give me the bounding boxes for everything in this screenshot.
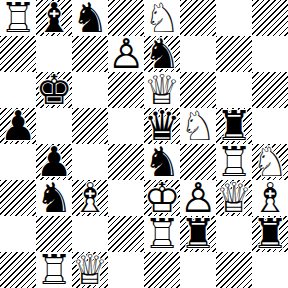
square-h1[interactable] [252, 252, 288, 288]
white-pawn[interactable]: ♟♙ [108, 36, 144, 72]
square-c3[interactable]: ♝♗ [72, 180, 108, 216]
square-c7[interactable] [72, 36, 108, 72]
square-b8[interactable]: ♝♝ [36, 0, 72, 36]
square-h2[interactable]: ♜♜ [252, 216, 288, 252]
piece-glyph: ♖ [144, 214, 181, 255]
square-a4[interactable] [0, 144, 36, 180]
square-a3[interactable] [0, 180, 36, 216]
square-g7[interactable] [216, 36, 252, 72]
square-h7[interactable] [252, 36, 288, 72]
piece-glyph: ♜ [180, 214, 217, 255]
white-rook[interactable]: ♜♖ [144, 216, 180, 252]
black-rook[interactable]: ♜♜ [252, 216, 288, 252]
black-pawn[interactable]: ♟♟ [0, 108, 36, 144]
square-d3[interactable] [108, 180, 144, 216]
piece-glyph: ♕ [72, 250, 109, 288]
square-b6[interactable]: ♚♚ [36, 72, 72, 108]
square-g1[interactable] [216, 252, 252, 288]
square-f7[interactable] [180, 36, 216, 72]
square-a8[interactable]: ♜♖ [0, 0, 36, 36]
chess-diagram: ♜♖♝♝♞♞♞♘♟♙♞♞♚♚♛♕♟♟♛♛♞♘♜♜♟♟♞♞♜♖♞♘♞♞♝♗♚♔♟♙… [0, 0, 288, 288]
black-king[interactable]: ♚♚ [36, 72, 72, 108]
square-d5[interactable] [108, 108, 144, 144]
square-b1[interactable]: ♜♖ [36, 252, 72, 288]
white-queen[interactable]: ♛♕ [72, 252, 108, 288]
piece-glyph: ♗ [72, 178, 109, 219]
square-c8[interactable]: ♞♞ [72, 0, 108, 36]
piece-glyph: ♖ [36, 250, 73, 288]
square-a2[interactable] [0, 216, 36, 252]
square-g2[interactable] [216, 216, 252, 252]
piece-glyph: ♞ [36, 178, 73, 219]
piece-glyph: ♖ [0, 0, 36, 39]
square-f2[interactable]: ♜♜ [180, 216, 216, 252]
square-d4[interactable] [108, 144, 144, 180]
square-d2[interactable] [108, 216, 144, 252]
square-b3[interactable]: ♞♞ [36, 180, 72, 216]
chess-board: ♜♖♝♝♞♞♞♘♟♙♞♞♚♚♛♕♟♟♛♛♞♘♜♜♟♟♞♞♜♖♞♘♞♞♝♗♚♔♟♙… [0, 0, 288, 288]
black-bishop[interactable]: ♝♝ [36, 0, 72, 36]
square-d6[interactable] [108, 72, 144, 108]
piece-glyph: ♙ [108, 34, 145, 75]
piece-glyph: ♕ [216, 178, 253, 219]
square-e2[interactable]: ♜♖ [144, 216, 180, 252]
square-h6[interactable] [252, 72, 288, 108]
black-knight[interactable]: ♞♞ [72, 0, 108, 36]
white-bishop[interactable]: ♝♗ [72, 180, 108, 216]
square-e1[interactable] [144, 252, 180, 288]
piece-glyph: ♞ [72, 0, 109, 39]
piece-glyph: ♜ [252, 214, 288, 255]
square-f8[interactable] [180, 0, 216, 36]
piece-glyph: ♚ [36, 70, 73, 111]
white-rook[interactable]: ♜♖ [0, 0, 36, 36]
square-a7[interactable] [0, 36, 36, 72]
piece-glyph: ♟ [0, 106, 36, 147]
square-a5[interactable]: ♟♟ [0, 108, 36, 144]
square-g8[interactable] [216, 0, 252, 36]
white-queen[interactable]: ♛♕ [216, 180, 252, 216]
square-d1[interactable] [108, 252, 144, 288]
black-knight[interactable]: ♞♞ [36, 180, 72, 216]
square-c5[interactable] [72, 108, 108, 144]
white-knight[interactable]: ♞♘ [180, 108, 216, 144]
square-a1[interactable] [0, 252, 36, 288]
square-d7[interactable]: ♟♙ [108, 36, 144, 72]
square-f1[interactable] [180, 252, 216, 288]
piece-glyph: ♝ [36, 0, 73, 39]
square-g3[interactable]: ♛♕ [216, 180, 252, 216]
black-rook[interactable]: ♜♜ [180, 216, 216, 252]
square-c1[interactable]: ♛♕ [72, 252, 108, 288]
white-rook[interactable]: ♜♖ [36, 252, 72, 288]
piece-glyph: ♘ [180, 106, 217, 147]
square-h8[interactable] [252, 0, 288, 36]
square-f5[interactable]: ♞♘ [180, 108, 216, 144]
square-c6[interactable] [72, 72, 108, 108]
